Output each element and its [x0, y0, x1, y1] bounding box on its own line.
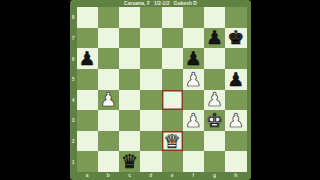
square-e5[interactable]: [162, 69, 183, 90]
square-f7[interactable]: [183, 28, 204, 49]
piece-white-king[interactable]: ♚: [206, 111, 223, 130]
piece-black-king[interactable]: ♚: [227, 28, 244, 47]
white-player-name: Caruana, F: [124, 0, 150, 7]
square-a6[interactable]: ♟: [77, 48, 98, 69]
game-result: 1/2-1/2: [154, 0, 170, 7]
square-h3[interactable]: ♟: [225, 110, 246, 131]
square-h1[interactable]: [225, 151, 246, 172]
square-e6[interactable]: [162, 48, 183, 69]
square-d4[interactable]: [140, 90, 161, 111]
square-e1[interactable]: [162, 151, 183, 172]
square-f2[interactable]: [183, 131, 204, 152]
square-a2[interactable]: [77, 131, 98, 152]
square-b2[interactable]: [98, 131, 119, 152]
square-b8[interactable]: [98, 7, 119, 28]
piece-black-pawn[interactable]: ♟: [227, 70, 244, 89]
square-f5[interactable]: ♟: [183, 69, 204, 90]
square-c1[interactable]: ♛: [119, 151, 140, 172]
square-b4[interactable]: ♟: [98, 90, 119, 111]
file-label-h: h: [225, 172, 246, 180]
square-g7[interactable]: ♟: [204, 28, 225, 49]
square-g6[interactable]: [204, 48, 225, 69]
square-h4[interactable]: [225, 90, 246, 111]
square-b5[interactable]: [98, 69, 119, 90]
square-c6[interactable]: [119, 48, 140, 69]
square-f3[interactable]: ♟: [183, 110, 204, 131]
square-h7[interactable]: ♚: [225, 28, 246, 49]
square-d2[interactable]: [140, 131, 161, 152]
piece-white-pawn[interactable]: ♟: [185, 70, 202, 89]
square-b6[interactable]: [98, 48, 119, 69]
piece-white-pawn[interactable]: ♟: [206, 90, 223, 109]
square-a4[interactable]: [77, 90, 98, 111]
piece-black-pawn[interactable]: ♟: [206, 28, 223, 47]
square-b3[interactable]: [98, 110, 119, 131]
square-h2[interactable]: [225, 131, 246, 152]
file-label-c: c: [119, 172, 140, 180]
square-a5[interactable]: [77, 69, 98, 90]
square-f4[interactable]: [183, 90, 204, 111]
file-label-g: g: [204, 172, 225, 180]
black-player-name: Gukesh D: [174, 0, 197, 7]
square-d8[interactable]: [140, 7, 161, 28]
square-g4[interactable]: ♟: [204, 90, 225, 111]
square-e8[interactable]: [162, 7, 183, 28]
square-g3[interactable]: ♚: [204, 110, 225, 131]
square-h5[interactable]: ♟: [225, 69, 246, 90]
piece-white-queen[interactable]: ♛: [164, 132, 181, 151]
square-a7[interactable]: [77, 28, 98, 49]
square-d1[interactable]: [140, 151, 161, 172]
square-e2[interactable]: ♛: [162, 131, 183, 152]
square-a8[interactable]: [77, 7, 98, 28]
file-label-e: e: [162, 172, 183, 180]
square-e4[interactable]: [162, 90, 183, 111]
file-label-a: a: [77, 172, 98, 180]
square-e3[interactable]: [162, 110, 183, 131]
square-d6[interactable]: [140, 48, 161, 69]
file-label-d: d: [140, 172, 161, 180]
square-c5[interactable]: [119, 69, 140, 90]
square-c3[interactable]: [119, 110, 140, 131]
square-d5[interactable]: [140, 69, 161, 90]
square-c2[interactable]: [119, 131, 140, 152]
square-c7[interactable]: [119, 28, 140, 49]
square-e7[interactable]: [162, 28, 183, 49]
square-g2[interactable]: [204, 131, 225, 152]
square-h8[interactable]: [225, 7, 246, 28]
piece-black-queen[interactable]: ♛: [121, 152, 138, 171]
chess-panel: Caruana, F 1/2-1/2 Gukesh D 87654321 ♟♚♟…: [70, 0, 251, 180]
square-f6[interactable]: ♟: [183, 48, 204, 69]
square-f1[interactable]: [183, 151, 204, 172]
piece-white-pawn[interactable]: ♟: [227, 111, 244, 130]
chess-board[interactable]: ♟♚♟♟♟♟♟♟♟♚♟♛♛: [77, 7, 247, 172]
game-title: Caruana, F 1/2-1/2 Gukesh D: [70, 0, 251, 7]
square-c8[interactable]: [119, 7, 140, 28]
file-label-b: b: [98, 172, 119, 180]
square-h6[interactable]: [225, 48, 246, 69]
square-g1[interactable]: [204, 151, 225, 172]
square-a3[interactable]: [77, 110, 98, 131]
square-d3[interactable]: [140, 110, 161, 131]
square-a1[interactable]: [77, 151, 98, 172]
square-f8[interactable]: [183, 7, 204, 28]
square-b1[interactable]: [98, 151, 119, 172]
piece-black-pawn[interactable]: ♟: [79, 49, 96, 68]
square-b7[interactable]: [98, 28, 119, 49]
piece-white-pawn[interactable]: ♟: [185, 111, 202, 130]
square-c4[interactable]: [119, 90, 140, 111]
square-g5[interactable]: [204, 69, 225, 90]
square-d7[interactable]: [140, 28, 161, 49]
file-label-f: f: [183, 172, 204, 180]
piece-white-pawn[interactable]: ♟: [100, 90, 117, 109]
piece-black-pawn[interactable]: ♟: [185, 49, 202, 68]
square-g8[interactable]: [204, 7, 225, 28]
file-labels: abcdefgh: [77, 172, 247, 180]
